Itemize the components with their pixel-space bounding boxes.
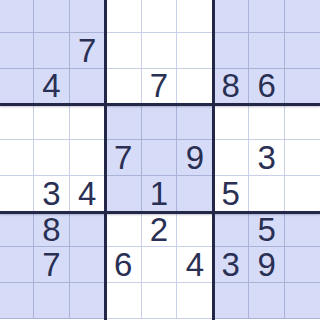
cell-r3c1[interactable] xyxy=(0,69,34,105)
cell-r8c4[interactable]: 6 xyxy=(106,247,142,283)
cell-r4c5[interactable] xyxy=(142,104,178,140)
cell-r6c4[interactable] xyxy=(106,176,142,212)
cell-r6c3[interactable]: 4 xyxy=(70,176,106,212)
cell-r7c7[interactable] xyxy=(213,212,249,248)
cell-r9c6[interactable] xyxy=(177,283,213,319)
cell-r8c8[interactable]: 9 xyxy=(249,247,285,283)
cell-r4c4[interactable] xyxy=(106,104,142,140)
cell-r3c7[interactable]: 8 xyxy=(213,69,249,105)
cell-r5c2[interactable] xyxy=(34,140,70,176)
cell-r9c7[interactable] xyxy=(213,283,249,319)
cell-r8c5[interactable] xyxy=(142,247,178,283)
cell-r1c1[interactable] xyxy=(0,0,34,33)
cell-r2c5[interactable] xyxy=(142,33,178,69)
cell-r7c9[interactable] xyxy=(285,212,320,248)
cell-r9c2[interactable] xyxy=(34,283,70,319)
cell-r7c6[interactable] xyxy=(177,212,213,248)
cell-r7c1[interactable] xyxy=(0,212,34,248)
cell-r3c2[interactable]: 4 xyxy=(34,69,70,105)
cell-r1c2[interactable] xyxy=(34,0,70,33)
cell-r4c9[interactable] xyxy=(285,104,320,140)
cell-r2c3[interactable]: 7 xyxy=(70,33,106,69)
cell-r6c9[interactable] xyxy=(285,176,320,212)
cell-r5c1[interactable] xyxy=(0,140,34,176)
cell-r1c4[interactable] xyxy=(106,0,142,33)
cell-r1c9[interactable] xyxy=(285,0,320,33)
cell-r5c5[interactable] xyxy=(142,140,178,176)
cell-r4c1[interactable] xyxy=(0,104,34,140)
cell-r5c8[interactable]: 3 xyxy=(249,140,285,176)
cell-r3c9[interactable] xyxy=(285,69,320,105)
cell-r4c6[interactable] xyxy=(177,104,213,140)
cell-r2c6[interactable] xyxy=(177,33,213,69)
cell-r8c1[interactable] xyxy=(0,247,34,283)
cell-r6c2[interactable]: 3 xyxy=(34,176,70,212)
cell-r1c3[interactable] xyxy=(70,0,106,33)
cell-r2c9[interactable] xyxy=(285,33,320,69)
cell-r5c9[interactable] xyxy=(285,140,320,176)
cell-r2c2[interactable] xyxy=(34,33,70,69)
cell-r8c9[interactable] xyxy=(285,247,320,283)
cell-r3c3[interactable] xyxy=(70,69,106,105)
cell-r8c7[interactable]: 3 xyxy=(213,247,249,283)
cell-r8c2[interactable]: 7 xyxy=(34,247,70,283)
cell-r9c1[interactable] xyxy=(0,283,34,319)
cell-r2c8[interactable] xyxy=(249,33,285,69)
cell-r2c1[interactable] xyxy=(0,33,34,69)
cell-r4c3[interactable] xyxy=(70,104,106,140)
cell-r3c5[interactable]: 7 xyxy=(142,69,178,105)
cell-r3c4[interactable] xyxy=(106,69,142,105)
sudoku-grid: 74786793341582576439 xyxy=(0,0,320,319)
cell-r9c8[interactable] xyxy=(249,283,285,319)
cell-r4c8[interactable] xyxy=(249,104,285,140)
cell-r7c2[interactable]: 8 xyxy=(34,212,70,248)
cell-r8c3[interactable] xyxy=(70,247,106,283)
cell-r9c9[interactable] xyxy=(285,283,320,319)
cell-r5c4[interactable]: 7 xyxy=(106,140,142,176)
cell-r7c5[interactable]: 2 xyxy=(142,212,178,248)
cell-r4c2[interactable] xyxy=(34,104,70,140)
cell-r8c6[interactable]: 4 xyxy=(177,247,213,283)
cell-r5c3[interactable] xyxy=(70,140,106,176)
cell-r9c3[interactable] xyxy=(70,283,106,319)
cell-r3c8[interactable]: 6 xyxy=(249,69,285,105)
cell-r1c5[interactable] xyxy=(142,0,178,33)
cell-r9c5[interactable] xyxy=(142,283,178,319)
cell-r1c8[interactable] xyxy=(249,0,285,33)
cell-r1c7[interactable] xyxy=(213,0,249,33)
cell-r2c7[interactable] xyxy=(213,33,249,69)
cell-r9c4[interactable] xyxy=(106,283,142,319)
cell-r7c8[interactable]: 5 xyxy=(249,212,285,248)
cell-r6c7[interactable]: 5 xyxy=(213,176,249,212)
cell-r3c6[interactable] xyxy=(177,69,213,105)
cell-r5c6[interactable]: 9 xyxy=(177,140,213,176)
cell-r6c6[interactable] xyxy=(177,176,213,212)
cell-r5c7[interactable] xyxy=(213,140,249,176)
cell-r4c7[interactable] xyxy=(213,104,249,140)
cell-r1c6[interactable] xyxy=(177,0,213,33)
sudoku-board: 74786793341582576439 xyxy=(0,0,320,320)
cell-r6c5[interactable]: 1 xyxy=(142,176,178,212)
cell-r7c3[interactable] xyxy=(70,212,106,248)
cell-r6c8[interactable] xyxy=(249,176,285,212)
cell-r6c1[interactable] xyxy=(0,176,34,212)
cell-r2c4[interactable] xyxy=(106,33,142,69)
cell-r7c4[interactable] xyxy=(106,212,142,248)
